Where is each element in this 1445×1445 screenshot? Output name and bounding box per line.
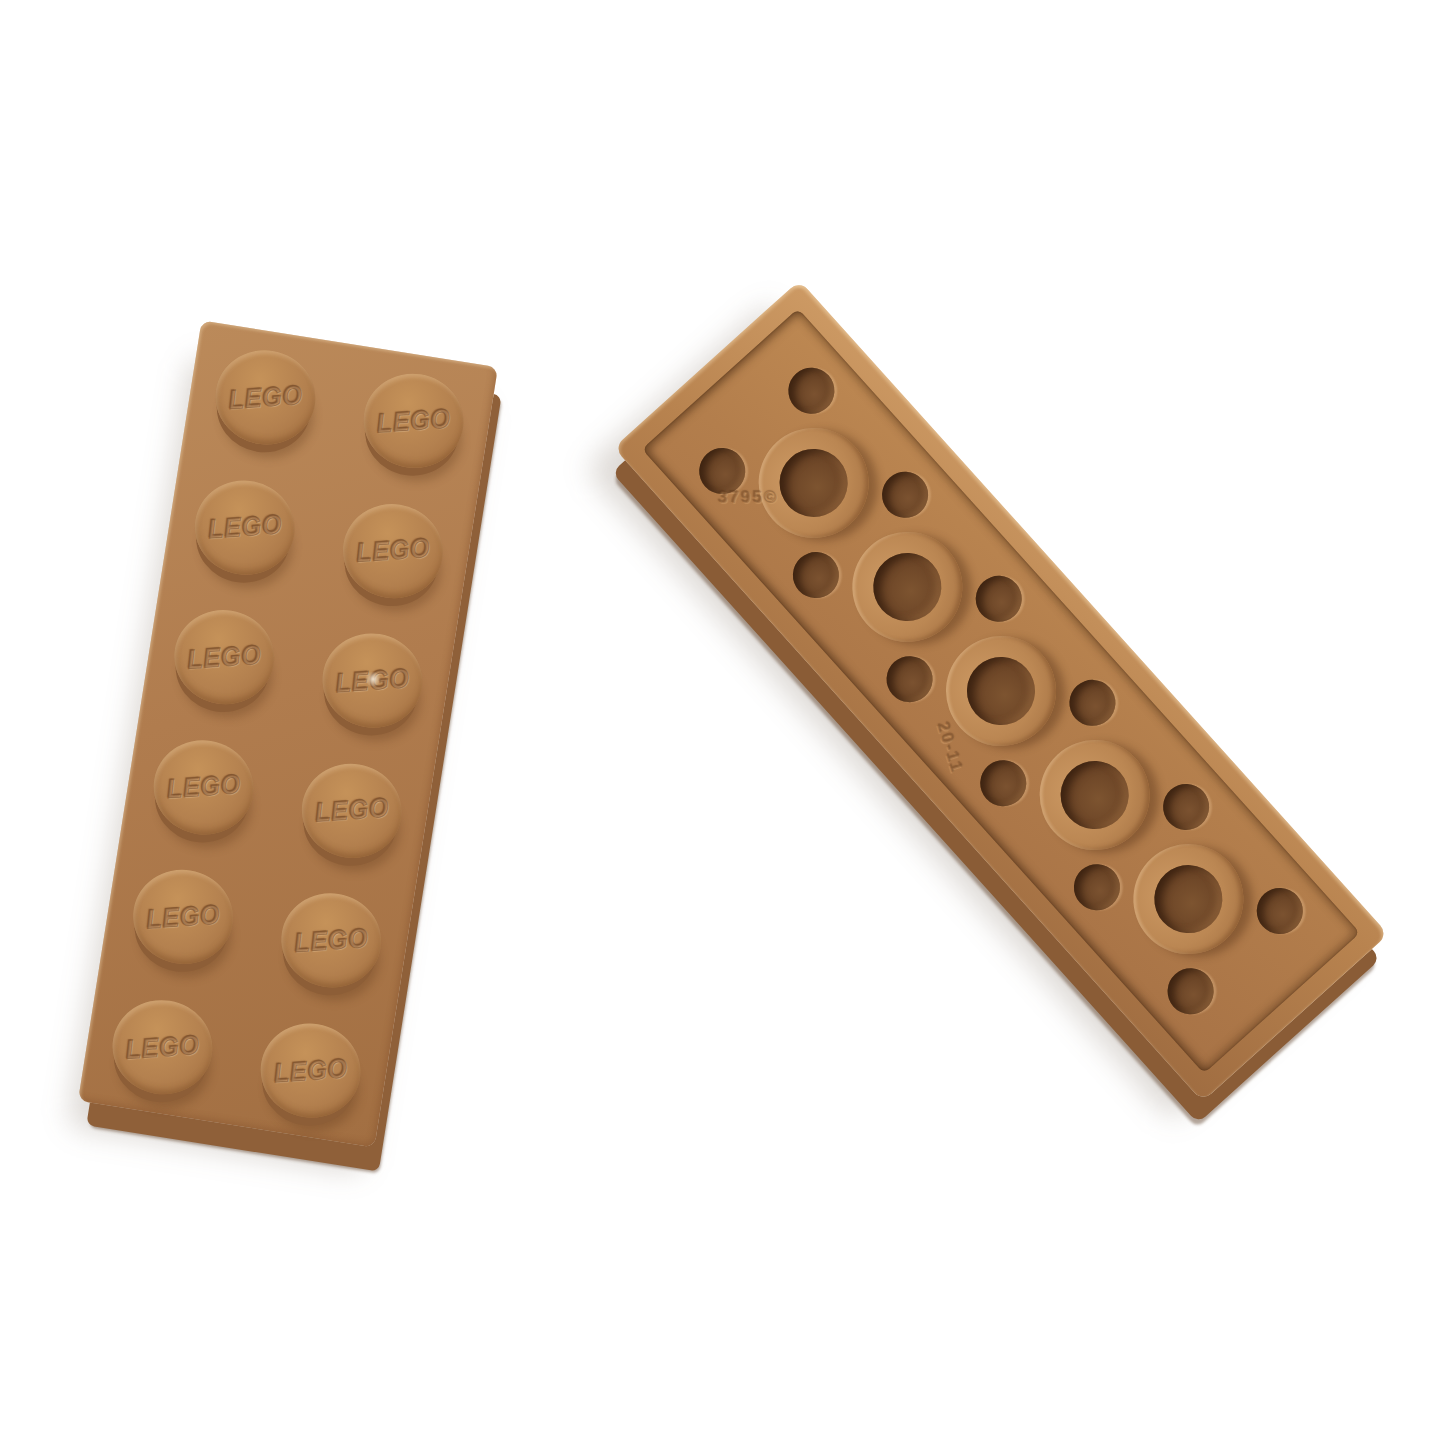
stud-logo-text: LEGO — [314, 793, 390, 829]
lego-plate-2x6-top-view: LEGOLEGOLEGOLEGOLEGOLEGOLEGOLEGOLEGOLEGO… — [78, 320, 498, 1147]
stud: LEGO — [357, 367, 470, 475]
stud-logo-text: LEGO — [186, 639, 262, 675]
stud: LEGO — [106, 993, 219, 1101]
stud-logo-text: LEGO — [124, 1029, 200, 1065]
stud: LEGO — [147, 733, 260, 841]
stud: LEGO — [295, 756, 408, 864]
tube-hole — [953, 643, 1049, 739]
lego-plate-2x6-bottom-view: 3795©20-11 — [614, 280, 1389, 1101]
stud-logo-text: LEGO — [227, 379, 303, 415]
stud: LEGO — [167, 603, 280, 711]
stud: LEGO — [126, 863, 239, 971]
stud: LEGO — [336, 497, 449, 605]
tube-hole — [766, 435, 862, 531]
stud: LEGO — [316, 626, 429, 734]
tube-hole — [859, 539, 955, 635]
stud-logo-text: LEGO — [145, 899, 221, 935]
mold-mark-text: 3795© — [718, 488, 778, 508]
stud: LEGO — [188, 473, 301, 581]
stud-logo-text: LEGO — [273, 1053, 349, 1089]
stud-logo-text: LEGO — [334, 663, 410, 699]
tube-hole — [1047, 747, 1143, 843]
stud-logo-text: LEGO — [376, 403, 452, 439]
stud: LEGO — [274, 886, 387, 994]
stud-logo-text: LEGO — [355, 533, 431, 569]
stud: LEGO — [209, 343, 322, 451]
photo-scene: LEGOLEGOLEGOLEGOLEGOLEGOLEGOLEGOLEGOLEGO… — [0, 0, 1445, 1445]
stud-logo-text: LEGO — [207, 509, 283, 545]
stud: LEGO — [254, 1016, 367, 1124]
stud-logo-text: LEGO — [293, 923, 369, 959]
stud-logo-text: LEGO — [166, 769, 242, 805]
tube-hole — [1140, 851, 1236, 947]
